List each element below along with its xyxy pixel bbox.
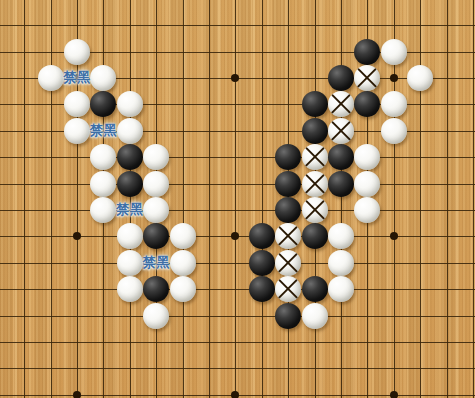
black-stone[interactable] bbox=[275, 303, 301, 329]
white-stone[interactable] bbox=[170, 223, 196, 249]
star-point bbox=[73, 391, 81, 398]
marked-white-stone[interactable] bbox=[275, 250, 301, 276]
black-stone[interactable] bbox=[302, 223, 328, 249]
white-stone[interactable] bbox=[64, 91, 90, 117]
marked-white-stone[interactable] bbox=[302, 171, 328, 197]
white-stone[interactable] bbox=[354, 197, 380, 223]
black-stone[interactable] bbox=[90, 91, 116, 117]
star-point bbox=[390, 74, 398, 82]
black-stone[interactable] bbox=[249, 250, 275, 276]
white-stone[interactable] bbox=[143, 171, 169, 197]
grid-line-horizontal bbox=[0, 342, 475, 343]
black-stone[interactable] bbox=[143, 276, 169, 302]
grid-line-horizontal bbox=[0, 25, 475, 26]
marked-white-stone[interactable] bbox=[275, 223, 301, 249]
white-stone[interactable] bbox=[328, 223, 354, 249]
grid-line-horizontal bbox=[0, 157, 475, 158]
grid-line-vertical bbox=[447, 0, 448, 398]
black-stone[interactable] bbox=[328, 171, 354, 197]
black-stone[interactable] bbox=[354, 39, 380, 65]
black-stone[interactable] bbox=[328, 65, 354, 91]
black-stone[interactable] bbox=[275, 144, 301, 170]
white-stone[interactable] bbox=[143, 197, 169, 223]
black-stone[interactable] bbox=[328, 144, 354, 170]
star-point bbox=[73, 232, 81, 240]
star-point bbox=[231, 74, 239, 82]
marked-white-stone[interactable] bbox=[302, 144, 328, 170]
white-stone[interactable] bbox=[117, 276, 143, 302]
marked-white-stone[interactable] bbox=[275, 276, 301, 302]
forbidden-point-label: 禁黑 bbox=[64, 71, 91, 85]
white-stone[interactable] bbox=[170, 250, 196, 276]
marked-white-stone[interactable] bbox=[328, 118, 354, 144]
white-stone[interactable] bbox=[117, 223, 143, 249]
star-point bbox=[231, 391, 239, 398]
grid-line-vertical bbox=[420, 0, 421, 398]
white-stone[interactable] bbox=[90, 65, 116, 91]
grid-line-vertical bbox=[130, 0, 131, 398]
white-stone[interactable] bbox=[170, 276, 196, 302]
black-stone[interactable] bbox=[249, 223, 275, 249]
white-stone[interactable] bbox=[354, 144, 380, 170]
grid-line-horizontal bbox=[0, 263, 475, 264]
forbidden-point-label: 禁黑 bbox=[90, 124, 117, 138]
white-stone[interactable] bbox=[117, 91, 143, 117]
star-point bbox=[390, 232, 398, 240]
black-stone[interactable] bbox=[275, 197, 301, 223]
black-stone[interactable] bbox=[302, 276, 328, 302]
white-stone[interactable] bbox=[354, 171, 380, 197]
white-stone[interactable] bbox=[117, 250, 143, 276]
forbidden-point-label: 禁黑 bbox=[143, 256, 170, 270]
white-stone[interactable] bbox=[64, 118, 90, 144]
grid-line-vertical bbox=[183, 0, 184, 398]
white-stone[interactable] bbox=[90, 144, 116, 170]
grid-line-horizontal bbox=[0, 316, 475, 317]
black-stone[interactable] bbox=[354, 91, 380, 117]
white-stone[interactable] bbox=[407, 65, 433, 91]
grid-line-vertical bbox=[209, 0, 210, 398]
black-stone[interactable] bbox=[302, 91, 328, 117]
marked-white-stone[interactable] bbox=[302, 197, 328, 223]
white-stone[interactable] bbox=[38, 65, 64, 91]
grid-line-vertical bbox=[262, 0, 263, 398]
grid-line-vertical bbox=[235, 0, 236, 398]
grid-line-vertical bbox=[24, 0, 25, 398]
black-stone[interactable] bbox=[117, 171, 143, 197]
star-point bbox=[231, 232, 239, 240]
black-stone[interactable] bbox=[302, 118, 328, 144]
grid-line-horizontal bbox=[0, 184, 475, 185]
white-stone[interactable] bbox=[117, 118, 143, 144]
black-stone[interactable] bbox=[117, 144, 143, 170]
grid-line-horizontal bbox=[0, 368, 475, 369]
black-stone[interactable] bbox=[275, 171, 301, 197]
black-stone[interactable] bbox=[143, 223, 169, 249]
white-stone[interactable] bbox=[328, 250, 354, 276]
white-stone[interactable] bbox=[90, 171, 116, 197]
white-stone[interactable] bbox=[90, 197, 116, 223]
white-stone[interactable] bbox=[381, 39, 407, 65]
grid-line-horizontal bbox=[0, 289, 475, 290]
marked-white-stone[interactable] bbox=[328, 91, 354, 117]
star-point bbox=[390, 391, 398, 398]
white-stone[interactable] bbox=[302, 303, 328, 329]
white-stone[interactable] bbox=[381, 118, 407, 144]
go-board[interactable]: 禁黑禁黑禁黑禁黑 bbox=[0, 0, 475, 398]
grid-line-vertical bbox=[473, 0, 474, 398]
white-stone[interactable] bbox=[143, 144, 169, 170]
white-stone[interactable] bbox=[64, 39, 90, 65]
grid-line-vertical bbox=[51, 0, 52, 398]
marked-white-stone[interactable] bbox=[354, 65, 380, 91]
grid-line-horizontal bbox=[0, 210, 475, 211]
white-stone[interactable] bbox=[328, 276, 354, 302]
black-stone[interactable] bbox=[249, 276, 275, 302]
grid-line-vertical bbox=[341, 0, 342, 398]
white-stone[interactable] bbox=[143, 303, 169, 329]
white-stone[interactable] bbox=[381, 91, 407, 117]
forbidden-point-label: 禁黑 bbox=[116, 203, 143, 217]
